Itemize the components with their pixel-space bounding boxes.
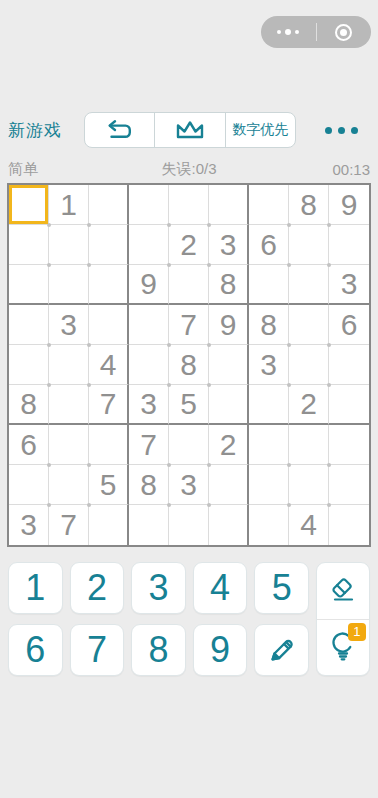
cell-r8c6[interactable] [209,465,249,505]
new-game-button[interactable]: 新游戏 [8,119,62,142]
status-bar: 简单 失误:0/3 00:13 [8,160,370,179]
cell-r4c1[interactable] [9,305,49,345]
cell-r3c3[interactable] [89,265,129,305]
cell-r3c5[interactable] [169,265,209,305]
crown-icon [174,119,206,141]
undo-button[interactable] [85,113,154,147]
cell-r5c9[interactable] [329,345,369,385]
cell-r8c4[interactable]: 8 [129,465,169,505]
cell-r4c9[interactable]: 6 [329,305,369,345]
cell-r4c7[interactable]: 8 [249,305,289,345]
capsule-more-button[interactable] [261,16,316,48]
cell-r7c7[interactable] [249,425,289,465]
cell-r6c1[interactable]: 8 [9,385,49,425]
cell-r1c2[interactable]: 1 [49,185,89,225]
cell-r4c5[interactable]: 7 [169,305,209,345]
hint-count-badge: 1 [348,623,366,641]
cell-r2c8[interactable] [289,225,329,265]
numpad-4[interactable]: 4 [193,562,248,614]
cell-r3c2[interactable] [49,265,89,305]
number-first-label: 数字优先 [232,121,288,139]
cell-r5c2[interactable] [49,345,89,385]
cell-r7c2[interactable] [49,425,89,465]
cell-r3c8[interactable] [289,265,329,305]
cell-r1c7[interactable] [249,185,289,225]
sudoku-board: 1892369833798648387352672583374 [7,183,371,547]
pencil-icon [267,635,297,665]
miniprogram-capsule [261,16,371,48]
cell-r6c4[interactable]: 3 [129,385,169,425]
cell-r8c2[interactable] [49,465,89,505]
cell-r8c5[interactable]: 3 [169,465,209,505]
cell-r9c6[interactable] [209,505,249,545]
capsule-close-button[interactable] [317,16,372,48]
cell-r8c3[interactable]: 5 [89,465,129,505]
numpad-6[interactable]: 6 [8,624,63,676]
cell-r5c7[interactable]: 3 [249,345,289,385]
cell-r2c4[interactable] [129,225,169,265]
cell-r4c3[interactable] [89,305,129,345]
cell-r3c1[interactable] [9,265,49,305]
cell-r8c7[interactable] [249,465,289,505]
cell-r6c5[interactable]: 5 [169,385,209,425]
toolbar: 新游戏 数字优先 [0,112,378,148]
cell-r5c3[interactable]: 4 [89,345,129,385]
cell-r2c7[interactable]: 6 [249,225,289,265]
numpad-5[interactable]: 5 [254,562,309,614]
numpad-7[interactable]: 7 [70,624,125,676]
cell-r9c1[interactable]: 3 [9,505,49,545]
cell-r1c4[interactable] [129,185,169,225]
numpad-3[interactable]: 3 [131,562,186,614]
numpad-1[interactable]: 1 [8,562,63,614]
cell-r4c8[interactable] [289,305,329,345]
cell-r4c2[interactable]: 3 [49,305,89,345]
cell-r2c2[interactable] [49,225,89,265]
cell-r9c7[interactable] [249,505,289,545]
cell-r6c8[interactable]: 2 [289,385,329,425]
cell-r6c2[interactable] [49,385,89,425]
more-dots-icon [277,29,299,35]
cell-r6c9[interactable] [329,385,369,425]
pencil-button[interactable] [254,624,309,676]
cell-r7c4[interactable]: 7 [129,425,169,465]
cell-r3c6[interactable]: 8 [209,265,249,305]
menu-dot-icon [338,127,345,134]
cell-r2c5[interactable]: 2 [169,225,209,265]
cell-r5c4[interactable] [129,345,169,385]
cell-r9c9[interactable] [329,505,369,545]
cell-r7c1[interactable]: 6 [9,425,49,465]
menu-dot-icon [351,127,358,134]
undo-icon [105,118,135,142]
cell-r7c6[interactable]: 2 [209,425,249,465]
cell-r7c3[interactable] [89,425,129,465]
cell-r5c8[interactable] [289,345,329,385]
menu-dot-icon [325,127,332,134]
cell-r7c8[interactable] [289,425,329,465]
mistakes-counter: 失误:0/3 [161,160,216,179]
timer: 00:13 [332,161,370,178]
cell-r1c6[interactable] [209,185,249,225]
eraser-icon [327,576,359,606]
toolbar-segmented-control: 数字优先 [84,112,296,148]
hint-button[interactable]: 1 [317,619,369,676]
cell-r5c5[interactable]: 8 [169,345,209,385]
crown-button[interactable] [154,113,224,147]
cell-r7c9[interactable] [329,425,369,465]
eraser-button[interactable] [317,563,369,619]
cell-r8c9[interactable] [329,465,369,505]
cell-r9c5[interactable] [169,505,209,545]
cell-r9c3[interactable] [89,505,129,545]
cell-r3c4[interactable]: 9 [129,265,169,305]
cell-r6c6[interactable] [209,385,249,425]
cell-r6c3[interactable]: 7 [89,385,129,425]
cell-r1c8[interactable]: 8 [289,185,329,225]
numpad-2[interactable]: 2 [70,562,125,614]
cell-r1c9[interactable]: 9 [329,185,369,225]
cell-r1c3[interactable] [89,185,129,225]
more-menu-button[interactable] [325,127,358,134]
cell-r1c1[interactable] [9,185,49,225]
cell-r4c6[interactable]: 9 [209,305,249,345]
number-first-toggle[interactable]: 数字优先 [225,113,295,147]
cell-r9c2[interactable]: 7 [49,505,89,545]
close-capsule-icon [335,24,352,41]
numpad-9[interactable]: 9 [193,624,248,676]
cell-r9c8[interactable]: 4 [289,505,329,545]
cell-r3c7[interactable] [249,265,289,305]
cell-r6c7[interactable] [249,385,289,425]
cell-r2c6[interactable]: 3 [209,225,249,265]
cell-r9c4[interactable] [129,505,169,545]
cell-r2c3[interactable] [89,225,129,265]
numpad-8[interactable]: 8 [131,624,186,676]
cell-r8c8[interactable] [289,465,329,505]
tools-column: 1 [316,562,370,676]
cell-r5c6[interactable] [209,345,249,385]
cell-r7c5[interactable] [169,425,209,465]
cell-r4c4[interactable] [129,305,169,345]
cell-r2c9[interactable] [329,225,369,265]
cell-r2c1[interactable] [9,225,49,265]
cell-r3c9[interactable]: 3 [329,265,369,305]
cell-r5c1[interactable] [9,345,49,385]
cell-r1c5[interactable] [169,185,209,225]
cell-r8c1[interactable] [9,465,49,505]
number-pad: 1 2 3 4 5 6 7 8 9 1 [8,562,370,676]
difficulty-label: 简单 [8,160,38,179]
